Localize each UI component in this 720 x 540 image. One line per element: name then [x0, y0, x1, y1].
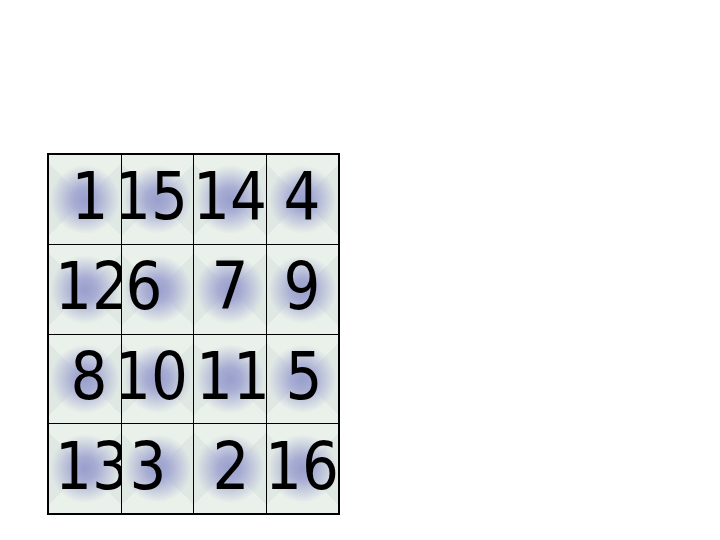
cell-r3c3[interactable]: 11	[194, 335, 266, 424]
cell-r1c4[interactable]: 4	[267, 155, 339, 244]
cell-value: 6	[126, 254, 163, 320]
cell-value: 11	[196, 344, 266, 410]
cell-value: 8	[70, 344, 107, 410]
cell-r4c3[interactable]: 2	[194, 424, 266, 513]
cell-value: 1	[71, 164, 108, 230]
cell-r3c1[interactable]: 8	[49, 335, 121, 424]
magic-square-board: 11514412679810115133216	[47, 153, 340, 515]
cell-value: 15	[122, 164, 189, 230]
cell-value: 3	[130, 434, 167, 500]
cell-value: 14	[194, 164, 266, 230]
cell-r1c1[interactable]: 1	[49, 155, 121, 244]
cell-r1c2[interactable]: 15	[122, 155, 194, 244]
cell-r2c3[interactable]: 7	[194, 245, 266, 334]
cell-value: 12	[55, 254, 121, 320]
cell-value: 5	[286, 344, 323, 410]
cell-r4c2[interactable]: 3	[122, 424, 194, 513]
cell-r2c2[interactable]: 6	[122, 245, 194, 334]
cell-r2c1[interactable]: 12	[49, 245, 121, 334]
cell-r3c2[interactable]: 10	[122, 335, 194, 424]
cell-value: 9	[284, 254, 321, 320]
cell-value: 2	[212, 434, 249, 500]
cell-value: 10	[122, 344, 189, 410]
cell-value: 7	[211, 254, 248, 320]
cell-value: 4	[284, 164, 321, 230]
slide-canvas: 11514412679810115133216	[0, 0, 720, 540]
cell-r1c3[interactable]: 14	[194, 155, 266, 244]
cell-value: 16	[267, 434, 339, 500]
cell-value: 13	[55, 434, 121, 500]
cell-r4c4[interactable]: 16	[267, 424, 339, 513]
cell-r3c4[interactable]: 5	[267, 335, 339, 424]
cell-r2c4[interactable]: 9	[267, 245, 339, 334]
cell-r4c1[interactable]: 13	[49, 424, 121, 513]
